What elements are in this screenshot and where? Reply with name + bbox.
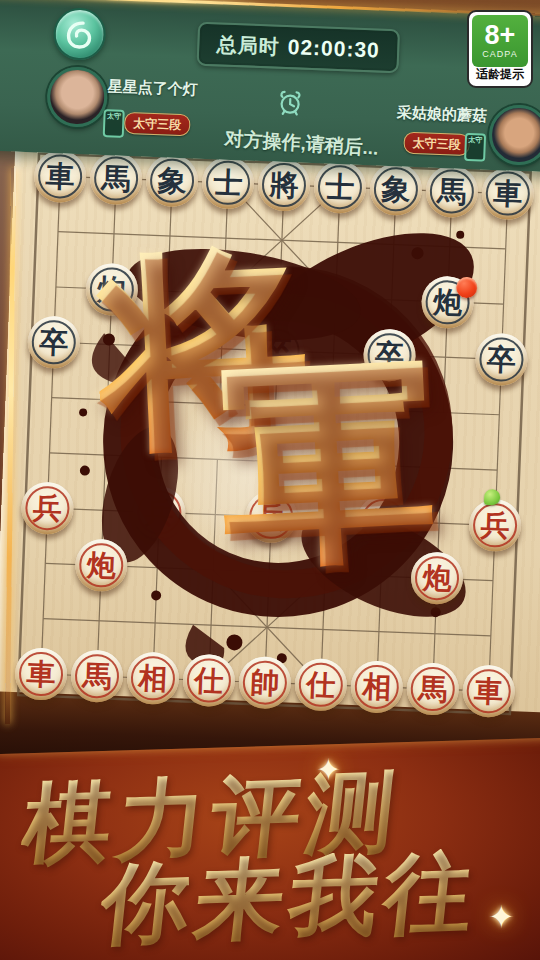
red-player-rank-badge: 太守三段 xyxy=(403,132,470,157)
piece-red-general[interactable]: 帥 xyxy=(238,656,292,710)
piece-black-horse[interactable]: 馬 xyxy=(89,152,143,206)
piece-black-general[interactable]: 將 xyxy=(257,158,311,212)
age-rating-org: CADPA xyxy=(482,49,517,60)
age-rating-caption: 适龄提示 xyxy=(469,66,531,83)
piece-red-chariot[interactable]: 車 xyxy=(14,647,68,701)
piece-red-advisor[interactable]: 仕 xyxy=(182,653,236,707)
age-rating-green-box: 8+ CADPA xyxy=(472,15,528,67)
black-player-rank-badge: 太守三段 xyxy=(124,112,191,137)
timer-value: 02:00:30 xyxy=(287,35,380,63)
piece-red-soldier[interactable]: 兵 xyxy=(20,481,74,535)
total-timer: 总局时 02:00:30 xyxy=(197,22,401,74)
piece-black-horse[interactable]: 馬 xyxy=(425,164,479,218)
promo-text-line2: 你来我往 xyxy=(97,847,484,948)
piece-black-elephant[interactable]: 象 xyxy=(145,154,199,208)
last-move-dot xyxy=(456,276,478,298)
black-player-seal-icon: 太守 xyxy=(103,109,125,138)
sparkle-icon: ✦ xyxy=(488,898,515,936)
age-rating-number: 8+ xyxy=(485,22,516,49)
timer-label: 总局时 xyxy=(216,31,280,60)
piece-red-cannon[interactable]: 炮 xyxy=(74,539,128,593)
piece-black-advisor[interactable]: 士 xyxy=(201,156,255,210)
sparkle-icon: ✦ xyxy=(316,752,341,787)
piece-black-advisor[interactable]: 士 xyxy=(313,160,367,214)
age-rating-badge: 8+ CADPA 适龄提示 xyxy=(467,10,533,88)
alarm-clock-icon xyxy=(274,88,305,123)
red-player-seal-icon: 太守 xyxy=(464,133,486,162)
piece-red-horse[interactable]: 馬 xyxy=(70,649,124,703)
piece-red-soldier[interactable]: 兵 xyxy=(468,498,522,552)
piece-red-advisor[interactable]: 仕 xyxy=(294,658,348,712)
red-player-name: 采姑娘的蘑菇 xyxy=(390,103,487,126)
black-player-name: 星星点了个灯 xyxy=(107,77,198,99)
piece-red-chariot[interactable]: 車 xyxy=(462,664,516,718)
promo-banner: 棋力评测 你来我往 ✦ ✦ xyxy=(0,732,540,960)
piece-red-horse[interactable]: 馬 xyxy=(406,662,460,716)
game-scene: 总局时 02:00:30 星星点了个灯 太守 太守三段 采姑娘的蘑菇 太守三段 … xyxy=(0,0,540,784)
piece-black-soldier[interactable]: 卒 xyxy=(27,315,81,369)
piece-black-chariot[interactable]: 車 xyxy=(481,167,535,221)
piece-black-chariot[interactable]: 車 xyxy=(33,149,87,203)
piece-black-elephant[interactable]: 象 xyxy=(369,162,423,216)
piece-black-soldier[interactable]: 卒 xyxy=(474,332,528,386)
check-character-2: 軍 xyxy=(214,349,442,577)
piece-red-elephant[interactable]: 相 xyxy=(350,660,404,714)
piece-red-elephant[interactable]: 相 xyxy=(126,651,180,705)
cloud-swirl-icon xyxy=(62,16,97,51)
